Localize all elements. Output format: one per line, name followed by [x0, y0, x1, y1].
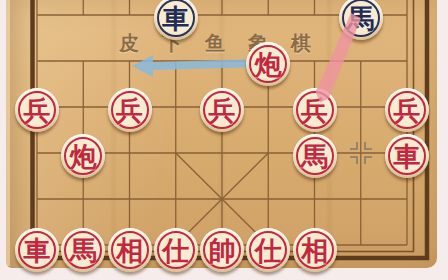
piece-character: 炮: [70, 143, 97, 170]
piece-character: 馬: [301, 143, 328, 170]
piece-red-仕[interactable]: 仕: [154, 228, 198, 272]
piece-red-炮[interactable]: 炮: [61, 134, 105, 178]
piece-red-炮[interactable]: 炮: [246, 42, 290, 86]
piece-character: 馬: [70, 237, 97, 264]
piece-character: 兵: [116, 97, 143, 124]
piece-character: 車: [162, 5, 189, 32]
piece-character: 炮: [255, 51, 282, 78]
piece-character: 兵: [301, 97, 328, 124]
piece-character: 相: [116, 237, 143, 264]
piece-character: 車: [394, 143, 421, 170]
piece-character: 帥: [209, 237, 236, 264]
piece-character: 兵: [209, 97, 236, 124]
piece-character: 車: [24, 237, 51, 264]
piece-red-相[interactable]: 相: [108, 228, 152, 272]
piece-character: 兵: [24, 97, 51, 124]
piece-red-仕[interactable]: 仕: [246, 228, 290, 272]
piece-red-馬[interactable]: 馬: [293, 134, 337, 178]
piece-red-兵[interactable]: 兵: [385, 88, 429, 132]
piece-red-車[interactable]: 車: [15, 228, 59, 272]
piece-red-兵[interactable]: 兵: [108, 88, 152, 132]
hint-arrow-blue: [132, 55, 258, 77]
piece-character: 仕: [162, 237, 189, 264]
app-watermark: 皮下鱼象棋: [119, 30, 334, 54]
piece-red-車[interactable]: 車: [385, 134, 429, 178]
piece-red-兵[interactable]: 兵: [200, 88, 244, 132]
piece-character: 相: [301, 237, 328, 264]
piece-character: 仕: [255, 237, 282, 264]
piece-character: 兵: [394, 97, 421, 124]
xiangqi-game-screen: 皮下鱼象棋 車馬炮兵兵兵兵兵炮馬車車馬相仕帥仕相: [0, 0, 448, 280]
piece-character: 馬: [347, 5, 374, 32]
piece-red-帥[interactable]: 帥: [200, 228, 244, 272]
piece-red-兵[interactable]: 兵: [15, 88, 59, 132]
piece-red-馬[interactable]: 馬: [61, 228, 105, 272]
piece-red-相[interactable]: 相: [293, 228, 337, 272]
piece-red-兵[interactable]: 兵: [293, 88, 337, 132]
